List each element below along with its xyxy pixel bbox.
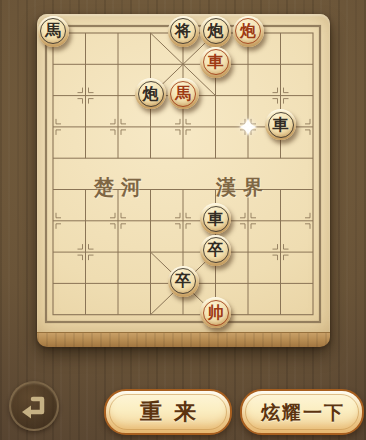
piece-glyph: 車 xyxy=(265,109,296,140)
piece-glyph: 卒 xyxy=(168,265,199,296)
pieces-layer: 馬将炮炮車炮馬車車卒卒帅 xyxy=(37,14,330,332)
xiangqi-app-screen: { "game": "xiangqi", "position": { "fen"… xyxy=(0,0,366,440)
piece-red-chariot[interactable]: 車 xyxy=(200,47,231,78)
piece-black-cannon[interactable]: 炮 xyxy=(200,16,231,47)
piece-black-king[interactable]: 将 xyxy=(168,16,199,47)
restart-button-label: 重来 xyxy=(128,401,208,423)
piece-red-cannon[interactable]: 炮 xyxy=(233,16,264,47)
piece-glyph: 炮 xyxy=(135,78,166,109)
piece-black-cannon[interactable]: 炮 xyxy=(135,78,166,109)
piece-glyph: 炮 xyxy=(233,15,264,46)
showoff-button[interactable]: 炫耀一下 xyxy=(240,389,364,435)
piece-black-horse[interactable]: 馬 xyxy=(38,16,69,47)
piece-black-chariot[interactable]: 車 xyxy=(265,109,296,140)
piece-black-chariot[interactable]: 車 xyxy=(200,203,231,234)
restart-button[interactable]: 重来 xyxy=(104,389,232,435)
sparkle-highlight-icon xyxy=(235,114,261,140)
back-button[interactable] xyxy=(9,381,59,431)
piece-glyph: 卒 xyxy=(200,234,231,265)
piece-black-soldier[interactable]: 卒 xyxy=(200,235,231,266)
return-arrow-icon xyxy=(18,390,50,422)
piece-black-soldier[interactable]: 卒 xyxy=(168,266,199,297)
piece-glyph: 車 xyxy=(200,46,231,77)
piece-glyph: 将 xyxy=(168,15,199,46)
piece-red-horse[interactable]: 馬 xyxy=(168,78,199,109)
piece-red-king[interactable]: 帅 xyxy=(200,297,231,328)
board-front-edge xyxy=(37,332,330,347)
piece-glyph: 馬 xyxy=(168,78,199,109)
showoff-button-label: 炫耀一下 xyxy=(259,403,345,422)
piece-glyph: 炮 xyxy=(200,15,231,46)
piece-glyph: 馬 xyxy=(38,15,69,46)
piece-glyph: 車 xyxy=(200,203,231,234)
piece-glyph: 帅 xyxy=(200,297,231,328)
xiangqi-board[interactable]: 楚河 漢界 馬将炮炮車炮馬車車卒卒帅 xyxy=(37,14,330,346)
